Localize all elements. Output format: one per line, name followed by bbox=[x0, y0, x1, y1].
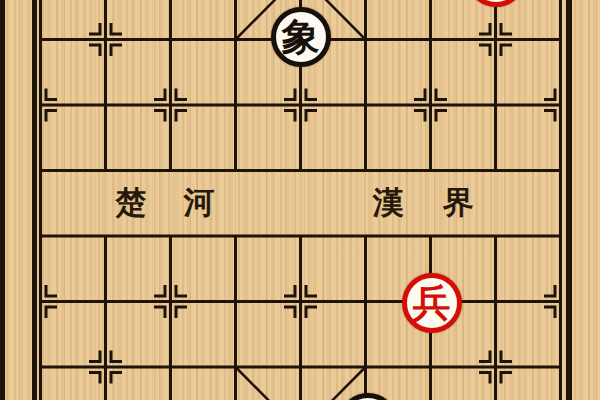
river-label-jie: 界 bbox=[443, 182, 474, 224]
river-label-han: 漢 bbox=[373, 182, 404, 224]
xiangqi-board[interactable]: 楚 河 漢 界 象兵 bbox=[0, 0, 600, 400]
river-label-chu: 楚 bbox=[116, 182, 147, 224]
red-soldier[interactable]: 兵 bbox=[402, 273, 462, 333]
black-elephant[interactable]: 象 bbox=[271, 7, 331, 67]
river-label-he: 河 bbox=[184, 182, 215, 224]
